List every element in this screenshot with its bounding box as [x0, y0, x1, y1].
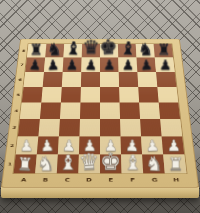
- square-c3: [59, 119, 80, 136]
- square-a2: ♟: [16, 136, 39, 154]
- white-rook: ♜: [16, 155, 33, 173]
- black-knight: ♞: [138, 41, 153, 58]
- square-b1: ♞: [35, 154, 58, 173]
- square-h2: ♟: [162, 136, 185, 154]
- square-f1: ♝: [121, 154, 143, 173]
- square-f8: ♝: [118, 44, 137, 58]
- square-e3: [100, 119, 121, 136]
- file-label: B: [34, 177, 56, 182]
- square-h8: ♜: [154, 44, 173, 58]
- black-pawn: ♟: [85, 58, 98, 72]
- black-bishop: ♝: [119, 40, 136, 58]
- square-g8: ♞: [136, 44, 155, 58]
- square-h1: ♜: [163, 154, 186, 173]
- square-a4: [20, 102, 41, 118]
- black-pawn: ♟: [103, 58, 115, 72]
- square-f6: [119, 72, 139, 87]
- file-label: F: [122, 177, 144, 182]
- board-grid: ♜♞♝♛♚♝♞♜♟♟♟♟♟♟♟♟♟♟♟♟♟♟♟♟♜♞♝♛♚♝♞♜: [14, 44, 187, 173]
- white-knight: ♞: [145, 153, 164, 174]
- board-front-edge: [1, 186, 199, 198]
- file-label: C: [56, 177, 78, 182]
- file-labels: ABCDEFGH: [12, 176, 187, 184]
- square-b7: ♟: [44, 58, 64, 72]
- black-knight: ♞: [47, 41, 62, 58]
- square-f4: [120, 102, 141, 118]
- black-pawn: ♟: [140, 58, 153, 72]
- white-queen: ♛: [78, 150, 99, 174]
- square-g6: [137, 72, 157, 87]
- square-e4: [100, 102, 120, 118]
- chess-board: ♜♞♝♛♚♝♞♜♟♟♟♟♟♟♟♟♟♟♟♟♟♟♟♟♜♞♝♛♚♝♞♜ ABCDEFG…: [2, 39, 198, 187]
- square-d3: [79, 119, 100, 136]
- square-c7: ♟: [63, 58, 82, 72]
- square-a1: ♜: [14, 154, 37, 173]
- file-label: D: [78, 177, 100, 182]
- file-label: G: [143, 177, 165, 182]
- black-bishop: ♝: [65, 40, 82, 58]
- square-c8: ♝: [63, 44, 82, 58]
- square-c1: ♝: [57, 154, 79, 173]
- square-f3: [120, 119, 141, 136]
- square-h3: [160, 119, 182, 136]
- square-h4: [159, 102, 180, 118]
- square-g3: [140, 119, 162, 136]
- square-h7: ♟: [155, 58, 175, 72]
- black-rook: ♜: [157, 42, 170, 57]
- square-h5: [157, 87, 178, 103]
- square-b6: [43, 72, 63, 87]
- square-e5: [100, 87, 120, 103]
- square-c6: [62, 72, 82, 87]
- square-g7: ♟: [137, 58, 157, 72]
- file-label: H: [165, 177, 187, 182]
- square-b4: [40, 102, 61, 118]
- square-e6: [100, 72, 119, 87]
- square-b5: [41, 87, 61, 103]
- white-knight: ♞: [37, 154, 55, 174]
- black-pawn: ♟: [122, 58, 134, 72]
- square-g5: [138, 87, 158, 103]
- white-pawn: ♟: [19, 139, 33, 154]
- square-d4: [80, 102, 100, 118]
- square-a7: ♟: [25, 58, 45, 72]
- square-a5: [22, 87, 43, 103]
- black-pawn: ♟: [47, 58, 60, 72]
- file-label: E: [100, 177, 122, 182]
- white-bishop: ♝: [58, 153, 76, 174]
- black-rook: ♜: [29, 42, 42, 57]
- white-king: ♚: [100, 150, 121, 174]
- file-label: A: [12, 177, 34, 182]
- square-d7: ♟: [81, 58, 100, 72]
- square-e7: ♟: [100, 58, 119, 72]
- square-a3: [18, 119, 40, 136]
- white-pawn: ♟: [167, 139, 181, 154]
- square-e8: ♚: [100, 44, 118, 58]
- square-h6: [156, 72, 176, 87]
- square-g1: ♞: [142, 154, 165, 173]
- square-c4: [60, 102, 81, 118]
- square-d5: [80, 87, 100, 103]
- white-rook: ♜: [168, 155, 184, 173]
- black-pawn: ♟: [159, 58, 171, 72]
- square-a6: [24, 72, 44, 87]
- square-g4: [139, 102, 160, 118]
- board-perspective-wrap: ♜♞♝♛♚♝♞♜♟♟♟♟♟♟♟♟♟♟♟♟♟♟♟♟♜♞♝♛♚♝♞♜ ABCDEFG…: [2, 0, 198, 187]
- black-queen: ♛: [82, 38, 99, 57]
- square-e1: ♚: [100, 154, 122, 173]
- black-king: ♚: [99, 37, 118, 58]
- square-d6: [81, 72, 100, 87]
- black-pawn: ♟: [66, 58, 78, 72]
- black-pawn: ♟: [29, 58, 42, 72]
- square-b3: [38, 119, 60, 136]
- square-f5: [119, 87, 139, 103]
- square-d1: ♛: [78, 154, 100, 173]
- white-bishop: ♝: [123, 153, 141, 174]
- square-f7: ♟: [118, 58, 137, 72]
- square-c5: [61, 87, 81, 103]
